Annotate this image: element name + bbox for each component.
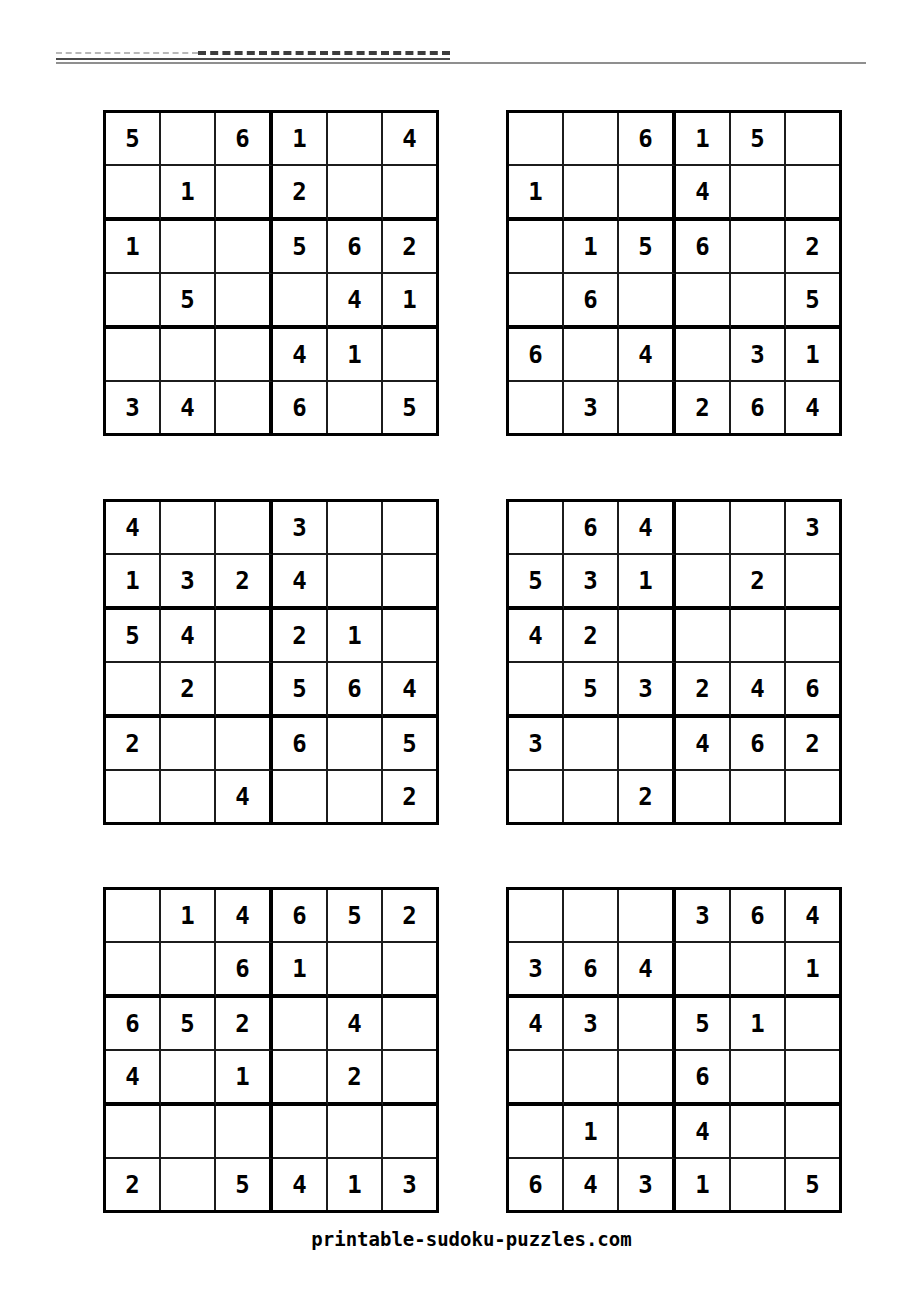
sudoku-cell-r1c5: 6 [731, 890, 786, 943]
sudoku-cell-r2c2: 3 [564, 555, 619, 610]
sudoku-cell-r5c6: 5 [383, 718, 436, 771]
sudoku-cell-r5c1: 2 [106, 718, 161, 771]
sudoku-cell-r4c1: 4 [106, 1051, 161, 1106]
sudoku-cell-r2c3: 4 [619, 943, 676, 998]
sudoku-cell-r3c3 [216, 610, 273, 663]
sudoku-cell-r2c1 [106, 943, 161, 998]
sudoku-cell-r3c2: 5 [161, 998, 216, 1051]
sudoku-cell-r5c4: 4 [676, 1106, 731, 1159]
sudoku-cell-r6c3: 3 [619, 1159, 676, 1210]
sudoku-cell-r6c5 [328, 382, 383, 433]
sudoku-cell-r3c6 [786, 610, 839, 663]
sudoku-cell-r4c5: 2 [328, 1051, 383, 1106]
sudoku-cell-r3c4: 6 [676, 221, 731, 274]
sudoku-cell-r1c5: 5 [328, 890, 383, 943]
sudoku-cell-r5c5: 1 [328, 329, 383, 382]
sudoku-cell-r5c5 [328, 1106, 383, 1159]
sudoku-cell-r6c5 [328, 771, 383, 822]
sudoku-cell-r6c3 [619, 382, 676, 433]
sudoku-cell-r5c3 [216, 718, 273, 771]
sudoku-cell-r4c4 [273, 1051, 328, 1106]
sudoku-cell-r1c2: 6 [564, 502, 619, 555]
sudoku-cell-r3c2: 3 [564, 998, 619, 1051]
sudoku-cell-r6c2: 4 [564, 1159, 619, 1210]
sudoku-cell-r1c6: 4 [383, 113, 436, 166]
sudoku-cell-r4c6: 1 [383, 274, 436, 329]
sudoku-cell-r2c2: 3 [161, 555, 216, 610]
sudoku-cell-r2c5 [328, 555, 383, 610]
sudoku-cell-r4c6: 5 [786, 274, 839, 329]
sudoku-cell-r1c4 [676, 502, 731, 555]
footer-url: printable-sudoku-puzzles.com [103, 1228, 840, 1250]
sudoku-cell-r5c5: 3 [731, 329, 786, 382]
sudoku-cell-r4c4: 2 [676, 663, 731, 718]
sudoku-cell-r6c3: 2 [619, 771, 676, 822]
sudoku-cell-r2c1: 3 [509, 943, 564, 998]
sudoku-cell-r2c5 [731, 943, 786, 998]
sudoku-cell-r1c3: 4 [619, 502, 676, 555]
sudoku-cell-r3c4 [676, 610, 731, 663]
sudoku-cell-r3c1: 1 [106, 221, 161, 274]
sudoku-cell-r5c2 [564, 329, 619, 382]
sudoku-cell-r2c3: 6 [216, 943, 273, 998]
sudoku-cell-r3c1: 4 [509, 998, 564, 1051]
sudoku-cell-r4c2: 5 [161, 274, 216, 329]
sudoku-cell-r2c1: 1 [509, 166, 564, 221]
sudoku-cell-r1c6: 2 [383, 890, 436, 943]
sudoku-cell-r3c1 [509, 221, 564, 274]
sudoku-cell-r4c3: 3 [619, 663, 676, 718]
sudoku-cell-r1c1 [106, 890, 161, 943]
sudoku-cell-r2c6 [383, 555, 436, 610]
sudoku-cell-r3c6 [383, 610, 436, 663]
sudoku-cell-r5c3 [619, 718, 676, 771]
sudoku-cell-r4c2: 2 [161, 663, 216, 718]
puzzle-row-1: 5614121562541413465 6151415626564313264 [103, 110, 840, 436]
sudoku-cell-r5c1: 6 [509, 329, 564, 382]
sudoku-cell-r6c1 [106, 771, 161, 822]
sudoku-cell-r1c2 [161, 502, 216, 555]
sudoku-cell-r4c3 [619, 1051, 676, 1106]
sudoku-cell-r4c1 [106, 663, 161, 718]
sudoku-cell-r5c1 [106, 329, 161, 382]
sudoku-cell-r5c5 [731, 1106, 786, 1159]
sudoku-cell-r2c2 [161, 943, 216, 998]
sudoku-cell-r1c6 [786, 113, 839, 166]
sudoku-cell-r2c6: 1 [786, 943, 839, 998]
sudoku-cell-r1c4: 1 [273, 113, 328, 166]
sudoku-cell-r1c6: 3 [786, 502, 839, 555]
sudoku-cell-r6c2 [564, 771, 619, 822]
sudoku-cell-r2c5: 2 [731, 555, 786, 610]
puzzle-row-3: 1465261652441225413 3643641435161464315 [103, 887, 840, 1213]
sudoku-cell-r4c4 [676, 274, 731, 329]
sudoku-cell-r1c2 [161, 113, 216, 166]
sudoku-cell-r6c4: 1 [676, 1159, 731, 1210]
sudoku-cell-r1c2 [564, 113, 619, 166]
sudoku-cell-r4c3: 1 [216, 1051, 273, 1106]
sudoku-cell-r2c5 [731, 166, 786, 221]
sudoku-cell-r1c3: 6 [216, 113, 273, 166]
sudoku-cell-r3c5: 4 [328, 998, 383, 1051]
sudoku-cell-r3c6: 2 [786, 221, 839, 274]
sudoku-cell-r4c1 [509, 1051, 564, 1106]
sudoku-cell-r4c2: 5 [564, 663, 619, 718]
sudoku-cell-r4c1 [509, 274, 564, 329]
sudoku-cell-r2c6 [383, 943, 436, 998]
sudoku-cell-r1c4: 3 [676, 890, 731, 943]
sudoku-cell-r4c4: 5 [273, 663, 328, 718]
sudoku-cell-r3c4 [273, 998, 328, 1051]
sudoku-cell-r6c5: 1 [328, 1159, 383, 1210]
sudoku-grid-3: 4313245421256426542 [103, 499, 439, 825]
sudoku-cell-r1c5 [731, 502, 786, 555]
sudoku-cell-r6c2 [161, 771, 216, 822]
sudoku-cell-r2c5 [328, 166, 383, 221]
sudoku-cell-r4c6: 6 [786, 663, 839, 718]
sudoku-cell-r5c6: 2 [786, 718, 839, 771]
sudoku-cell-r6c6: 4 [786, 382, 839, 433]
sudoku-cell-r2c2: 6 [564, 943, 619, 998]
sudoku-cell-r1c5 [328, 113, 383, 166]
sudoku-cell-r4c5 [731, 274, 786, 329]
sudoku-cell-r3c3 [619, 998, 676, 1051]
sudoku-cell-r1c3: 4 [216, 890, 273, 943]
sudoku-cell-r5c5 [328, 718, 383, 771]
sudoku-cell-r3c2 [161, 221, 216, 274]
sudoku-cell-r3c5: 1 [328, 610, 383, 663]
sudoku-cell-r6c1 [509, 771, 564, 822]
sudoku-cell-r3c6 [786, 998, 839, 1051]
sudoku-cell-r3c1: 6 [106, 998, 161, 1051]
sudoku-cell-r5c4: 6 [273, 718, 328, 771]
sudoku-cell-r5c4 [273, 1106, 328, 1159]
sudoku-cell-r1c1 [509, 890, 564, 943]
sudoku-cell-r1c1: 5 [106, 113, 161, 166]
sudoku-cell-r4c6: 4 [383, 663, 436, 718]
sudoku-cell-r4c4 [273, 274, 328, 329]
sudoku-cell-r1c1 [509, 502, 564, 555]
sudoku-cell-r3c4: 5 [273, 221, 328, 274]
sudoku-cell-r5c2 [161, 329, 216, 382]
sudoku-cell-r2c1: 5 [509, 555, 564, 610]
sudoku-cell-r4c5: 6 [328, 663, 383, 718]
sudoku-cell-r4c3 [619, 274, 676, 329]
sudoku-cell-r5c3 [619, 1106, 676, 1159]
sudoku-cell-r5c1 [509, 1106, 564, 1159]
sudoku-cell-r6c6: 3 [383, 1159, 436, 1210]
sudoku-cell-r3c4: 5 [676, 998, 731, 1051]
sudoku-cell-r6c1: 2 [106, 1159, 161, 1210]
sudoku-cell-r4c1 [509, 663, 564, 718]
sudoku-cell-r6c5 [731, 1159, 786, 1210]
sudoku-cell-r1c3 [216, 502, 273, 555]
sudoku-cell-r2c4: 1 [273, 943, 328, 998]
sudoku-cell-r2c1: 1 [106, 555, 161, 610]
header-dashed-line-dark [198, 51, 450, 55]
sudoku-cell-r2c6 [786, 555, 839, 610]
sudoku-cell-r1c5: 5 [731, 113, 786, 166]
sudoku-cell-r4c5: 4 [328, 274, 383, 329]
sudoku-cell-r2c4 [676, 943, 731, 998]
sudoku-cell-r5c6 [383, 1106, 436, 1159]
sudoku-cell-r6c1: 3 [106, 382, 161, 433]
sudoku-cell-r5c2 [161, 1106, 216, 1159]
sudoku-cell-r5c4 [676, 329, 731, 382]
printable-sudoku-sheet: 5614121562541413465 6151415626564313264 … [0, 0, 920, 1302]
puzzle-sheet-content: 5614121562541413465 6151415626564313264 … [103, 110, 840, 1250]
sudoku-cell-r5c2: 1 [564, 1106, 619, 1159]
sudoku-cell-r4c3 [216, 274, 273, 329]
sudoku-cell-r4c5 [731, 1051, 786, 1106]
sudoku-cell-r1c3: 6 [619, 113, 676, 166]
sudoku-cell-r2c2: 1 [161, 166, 216, 221]
sudoku-cell-r3c2: 1 [564, 221, 619, 274]
sudoku-cell-r4c6 [786, 1051, 839, 1106]
sudoku-cell-r1c2: 1 [161, 890, 216, 943]
sudoku-cell-r1c2 [564, 890, 619, 943]
sudoku-cell-r6c1: 6 [509, 1159, 564, 1210]
sudoku-grid-2: 6151415626564313264 [506, 110, 842, 436]
sudoku-grid-6: 3643641435161464315 [506, 887, 842, 1213]
sudoku-cell-r4c1 [106, 274, 161, 329]
sudoku-cell-r6c2 [161, 1159, 216, 1210]
sudoku-cell-r1c1 [509, 113, 564, 166]
sudoku-cell-r6c2: 3 [564, 382, 619, 433]
sudoku-cell-r6c4 [273, 771, 328, 822]
sudoku-cell-r2c3: 1 [619, 555, 676, 610]
sudoku-cell-r5c2 [161, 718, 216, 771]
sudoku-cell-r4c4: 6 [676, 1051, 731, 1106]
sudoku-cell-r1c6 [383, 502, 436, 555]
sudoku-grid-5: 1465261652441225413 [103, 887, 439, 1213]
sudoku-cell-r3c3 [216, 221, 273, 274]
sudoku-cell-r1c3 [619, 890, 676, 943]
sudoku-cell-r4c2 [161, 1051, 216, 1106]
header-rule-long [56, 62, 866, 64]
sudoku-cell-r5c5: 6 [731, 718, 786, 771]
header-rule-short [56, 58, 450, 60]
sudoku-cell-r2c3 [216, 166, 273, 221]
sudoku-cell-r5c3 [216, 1106, 273, 1159]
sudoku-cell-r5c6 [383, 329, 436, 382]
sudoku-cell-r3c6: 2 [383, 221, 436, 274]
sudoku-cell-r1c6: 4 [786, 890, 839, 943]
sudoku-cell-r5c1 [106, 1106, 161, 1159]
sudoku-cell-r4c2: 6 [564, 274, 619, 329]
sudoku-cell-r3c1: 4 [509, 610, 564, 663]
sudoku-cell-r2c6 [383, 166, 436, 221]
sudoku-cell-r6c6: 5 [786, 1159, 839, 1210]
sudoku-cell-r3c3: 5 [619, 221, 676, 274]
sudoku-cell-r3c5 [731, 610, 786, 663]
sudoku-cell-r1c4: 1 [676, 113, 731, 166]
sudoku-cell-r6c3: 4 [216, 771, 273, 822]
sudoku-cell-r6c4 [676, 771, 731, 822]
sudoku-cell-r2c2 [564, 166, 619, 221]
sudoku-cell-r3c5: 1 [731, 998, 786, 1051]
sudoku-cell-r5c6: 1 [786, 329, 839, 382]
sudoku-cell-r3c2: 4 [161, 610, 216, 663]
sudoku-cell-r3c5 [731, 221, 786, 274]
sudoku-cell-r6c2: 4 [161, 382, 216, 433]
sudoku-cell-r6c4: 4 [273, 1159, 328, 1210]
sudoku-cell-r3c3: 2 [216, 998, 273, 1051]
sudoku-cell-r5c3 [216, 329, 273, 382]
sudoku-cell-r6c5 [731, 771, 786, 822]
sudoku-cell-r5c4: 4 [273, 329, 328, 382]
sudoku-cell-r6c4: 2 [676, 382, 731, 433]
sudoku-cell-r5c2 [564, 718, 619, 771]
sudoku-cell-r6c1 [509, 382, 564, 433]
sudoku-cell-r2c1 [106, 166, 161, 221]
sudoku-cell-r6c6: 5 [383, 382, 436, 433]
puzzle-row-2: 4313245421256426542 6435312425324634622 [103, 499, 840, 825]
sudoku-cell-r4c6 [383, 1051, 436, 1106]
sudoku-cell-r4c3 [216, 663, 273, 718]
sudoku-cell-r2c4: 2 [273, 166, 328, 221]
sudoku-cell-r2c3: 2 [216, 555, 273, 610]
sudoku-grid-4: 6435312425324634622 [506, 499, 842, 825]
sudoku-cell-r6c3: 5 [216, 1159, 273, 1210]
sudoku-cell-r2c4: 4 [273, 555, 328, 610]
sudoku-cell-r6c3 [216, 382, 273, 433]
sudoku-cell-r5c6 [786, 1106, 839, 1159]
sudoku-cell-r1c1: 4 [106, 502, 161, 555]
sudoku-cell-r6c6 [786, 771, 839, 822]
sudoku-cell-r2c3 [619, 166, 676, 221]
sudoku-cell-r5c4: 4 [676, 718, 731, 771]
sudoku-cell-r5c1: 3 [509, 718, 564, 771]
sudoku-cell-r5c3: 4 [619, 329, 676, 382]
sudoku-cell-r1c5 [328, 502, 383, 555]
sudoku-cell-r2c4 [676, 555, 731, 610]
sudoku-cell-r1c4: 6 [273, 890, 328, 943]
sudoku-cell-r1c4: 3 [273, 502, 328, 555]
sudoku-cell-r6c4: 6 [273, 382, 328, 433]
sudoku-cell-r4c2 [564, 1051, 619, 1106]
sudoku-cell-r3c1: 5 [106, 610, 161, 663]
sudoku-cell-r2c4: 4 [676, 166, 731, 221]
sudoku-grid-1: 5614121562541413465 [103, 110, 439, 436]
sudoku-cell-r3c6 [383, 998, 436, 1051]
sudoku-cell-r6c6: 2 [383, 771, 436, 822]
sudoku-cell-r3c2: 2 [564, 610, 619, 663]
sudoku-cell-r2c6 [786, 166, 839, 221]
sudoku-cell-r2c5 [328, 943, 383, 998]
sudoku-cell-r4c5: 4 [731, 663, 786, 718]
sudoku-cell-r6c5: 6 [731, 382, 786, 433]
header-dashed-line-light [56, 52, 198, 54]
sudoku-cell-r3c4: 2 [273, 610, 328, 663]
sudoku-cell-r3c5: 6 [328, 221, 383, 274]
sudoku-cell-r3c3 [619, 610, 676, 663]
